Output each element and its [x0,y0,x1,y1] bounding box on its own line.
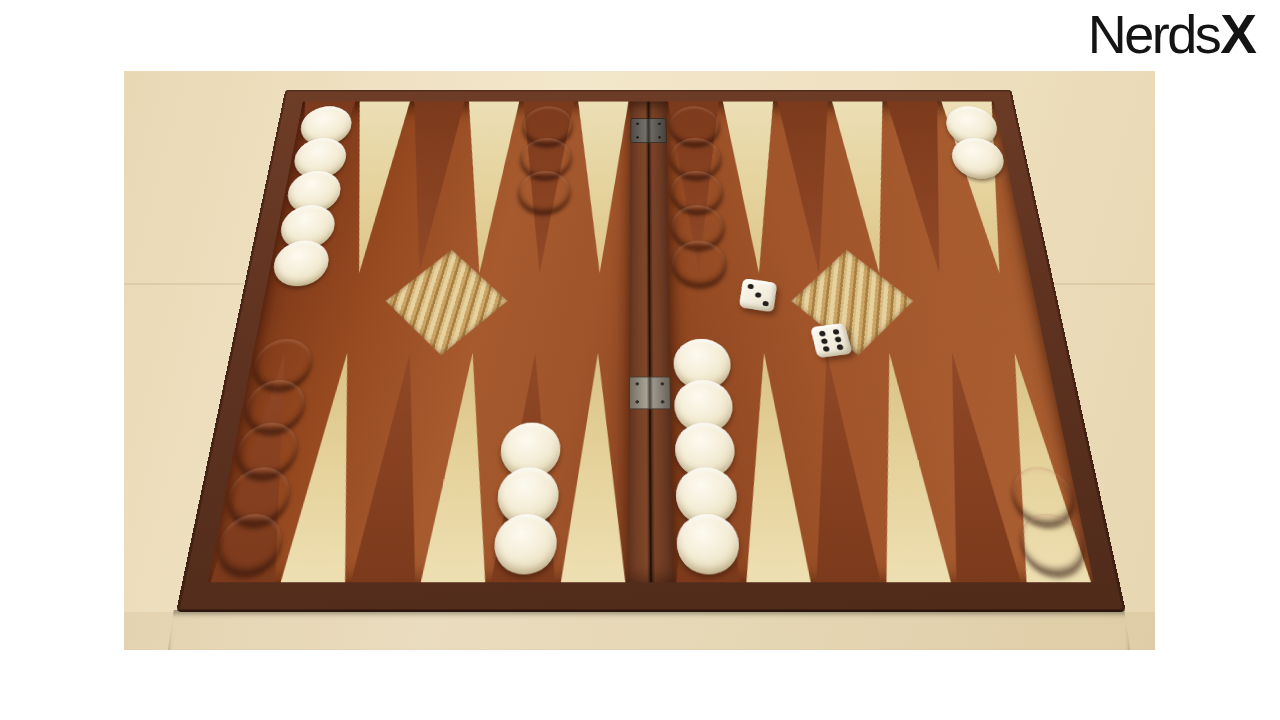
board-playing-area [208,102,1094,583]
point-18[interactable] [570,102,631,274]
die-1-value-3[interactable] [739,278,777,312]
die-pip [836,344,843,350]
die-pip [755,292,762,298]
checker-white[interactable] [269,241,331,287]
die-pip [834,337,841,343]
brand-logo: NerdsX [1088,2,1256,66]
point-5[interactable] [733,353,814,582]
backgammon-board [176,90,1126,612]
diamond-inlay-left [386,250,508,355]
checker-brown[interactable] [517,171,571,213]
point-16[interactable] [449,102,521,274]
fold-seam [648,102,652,583]
photo-backdrop [124,71,1155,650]
hinge-bottom [629,377,671,410]
checker-white[interactable] [676,514,740,574]
die-pip [748,284,755,290]
die-pip [762,300,769,306]
checker-brown[interactable] [671,241,726,287]
die-pip [819,330,826,336]
logo-text-x: X [1220,3,1256,65]
die-pip [832,329,839,335]
checker-white[interactable] [948,138,1007,179]
point-20[interactable] [721,102,789,274]
diamond-inlay-right [791,250,913,355]
point-4[interactable] [795,353,883,582]
die-pip [821,338,828,344]
point-21[interactable] [775,102,849,274]
die-pip [823,346,830,352]
logo-text-nerds: Nerds [1088,4,1220,64]
point-9[interactable] [418,353,504,582]
board-left-half [208,102,631,583]
hinge-top [630,118,666,143]
board-front-face [168,610,1130,650]
point-10[interactable] [348,353,441,582]
board-right-half [666,102,1094,583]
point-7[interactable] [558,353,629,582]
